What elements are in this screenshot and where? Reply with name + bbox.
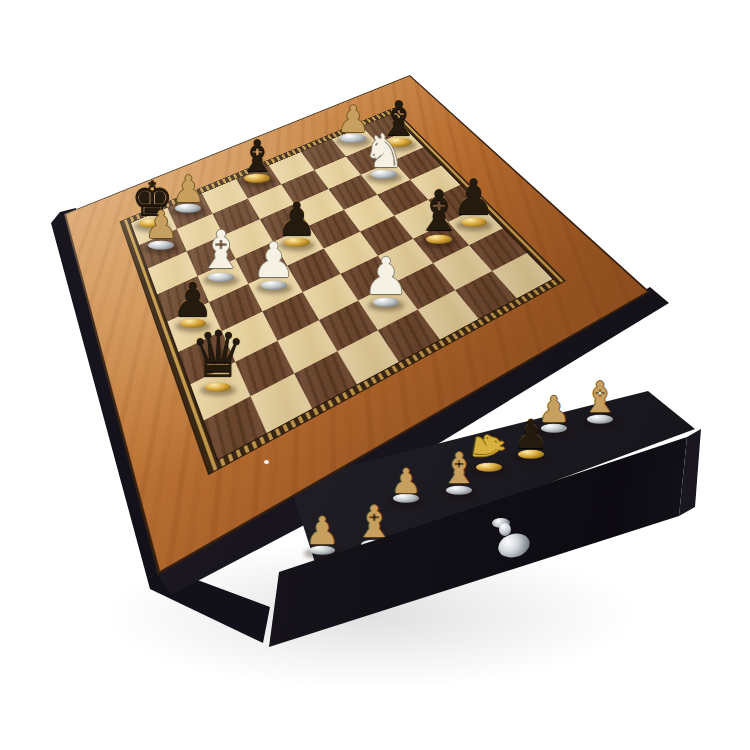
inlay-ribbon-border [120,108,566,475]
chess-box-product-photo: ♟♝♟♝♞♟♟♝ ♚♟♝♟♟♝♞♝♟♟♟♝♟♛♟ [0,0,750,750]
dust-speck [264,460,269,464]
